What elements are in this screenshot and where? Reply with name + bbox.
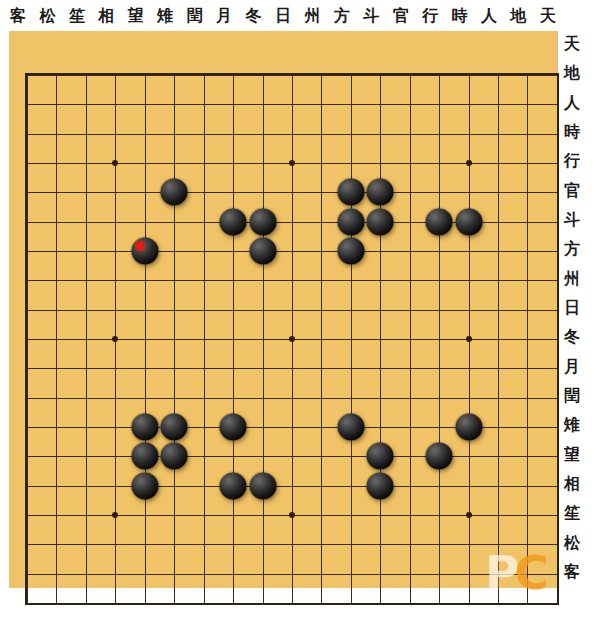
top-label-6: 雉 (157, 6, 173, 26)
black-stone (337, 237, 364, 264)
star-point (466, 160, 472, 166)
right-label-14: 雉 (564, 416, 580, 434)
right-label-8: 方 (564, 240, 580, 258)
black-stone (249, 208, 276, 235)
star-point (112, 512, 118, 518)
black-stone (426, 208, 453, 235)
right-label-19: 客 (564, 563, 580, 581)
top-label-7: 閏 (187, 6, 203, 26)
star-point (112, 160, 118, 166)
black-stone (367, 179, 394, 206)
black-stone (367, 472, 394, 499)
top-label-14: 官 (393, 6, 409, 26)
star-point (289, 336, 295, 342)
right-label-12: 月 (564, 358, 580, 376)
right-label-11: 冬 (564, 328, 580, 346)
right-label-15: 望 (564, 446, 580, 464)
star-point (289, 512, 295, 518)
right-label-9: 州 (564, 270, 580, 288)
right-label-3: 人 (564, 94, 580, 112)
black-stone (426, 443, 453, 470)
black-stone (161, 443, 188, 470)
black-stone (131, 413, 158, 440)
right-label-16: 相 (564, 475, 580, 493)
star-point (466, 512, 472, 518)
black-stone (249, 237, 276, 264)
top-label-5: 望 (128, 6, 144, 26)
top-label-11: 州 (304, 6, 320, 26)
top-label-10: 日 (275, 6, 291, 26)
right-label-4: 時 (564, 123, 580, 141)
top-label-15: 行 (422, 6, 438, 26)
black-stone (367, 208, 394, 235)
black-stone (249, 472, 276, 499)
top-label-3: 笙 (69, 6, 85, 26)
right-label-2: 地 (564, 64, 580, 82)
top-label-9: 冬 (246, 6, 262, 26)
right-label-13: 閏 (564, 387, 580, 405)
right-label-7: 斗 (564, 211, 580, 229)
black-stone (367, 443, 394, 470)
top-label-17: 人 (481, 6, 497, 26)
top-label-12: 方 (334, 6, 350, 26)
black-stone (161, 413, 188, 440)
black-stone (337, 208, 364, 235)
top-label-4: 相 (98, 6, 114, 26)
go-diagram-page: 客松笙相望雉閏月冬日州方斗官行時人地天 天地人時行官斗方州日冬月閏雉望相笙松客 … (0, 0, 600, 619)
right-label-10: 日 (564, 299, 580, 317)
top-label-2: 松 (39, 6, 55, 26)
right-label-5: 行 (564, 152, 580, 170)
top-label-13: 斗 (363, 6, 379, 26)
black-stone (337, 179, 364, 206)
top-label-16: 時 (452, 6, 468, 26)
star-point (289, 160, 295, 166)
black-stone (220, 208, 247, 235)
top-label-19: 天 (540, 6, 556, 26)
black-stone (161, 179, 188, 206)
go-board (9, 31, 558, 588)
star-point (112, 336, 118, 342)
right-label-1: 天 (564, 35, 580, 53)
black-stone (455, 413, 482, 440)
black-stone (131, 443, 158, 470)
red-square-marker (135, 241, 144, 250)
top-label-8: 月 (216, 6, 232, 26)
right-label-6: 官 (564, 182, 580, 200)
right-label-17: 笙 (564, 504, 580, 522)
black-stone-marked (131, 237, 158, 264)
star-point (466, 336, 472, 342)
top-label-1: 客 (10, 6, 26, 26)
top-label-18: 地 (510, 6, 526, 26)
black-stone (337, 413, 364, 440)
board-grid (25, 73, 559, 605)
black-stone (455, 208, 482, 235)
black-stone (131, 472, 158, 499)
black-stone (220, 472, 247, 499)
black-stone (220, 413, 247, 440)
right-label-18: 松 (564, 534, 580, 552)
